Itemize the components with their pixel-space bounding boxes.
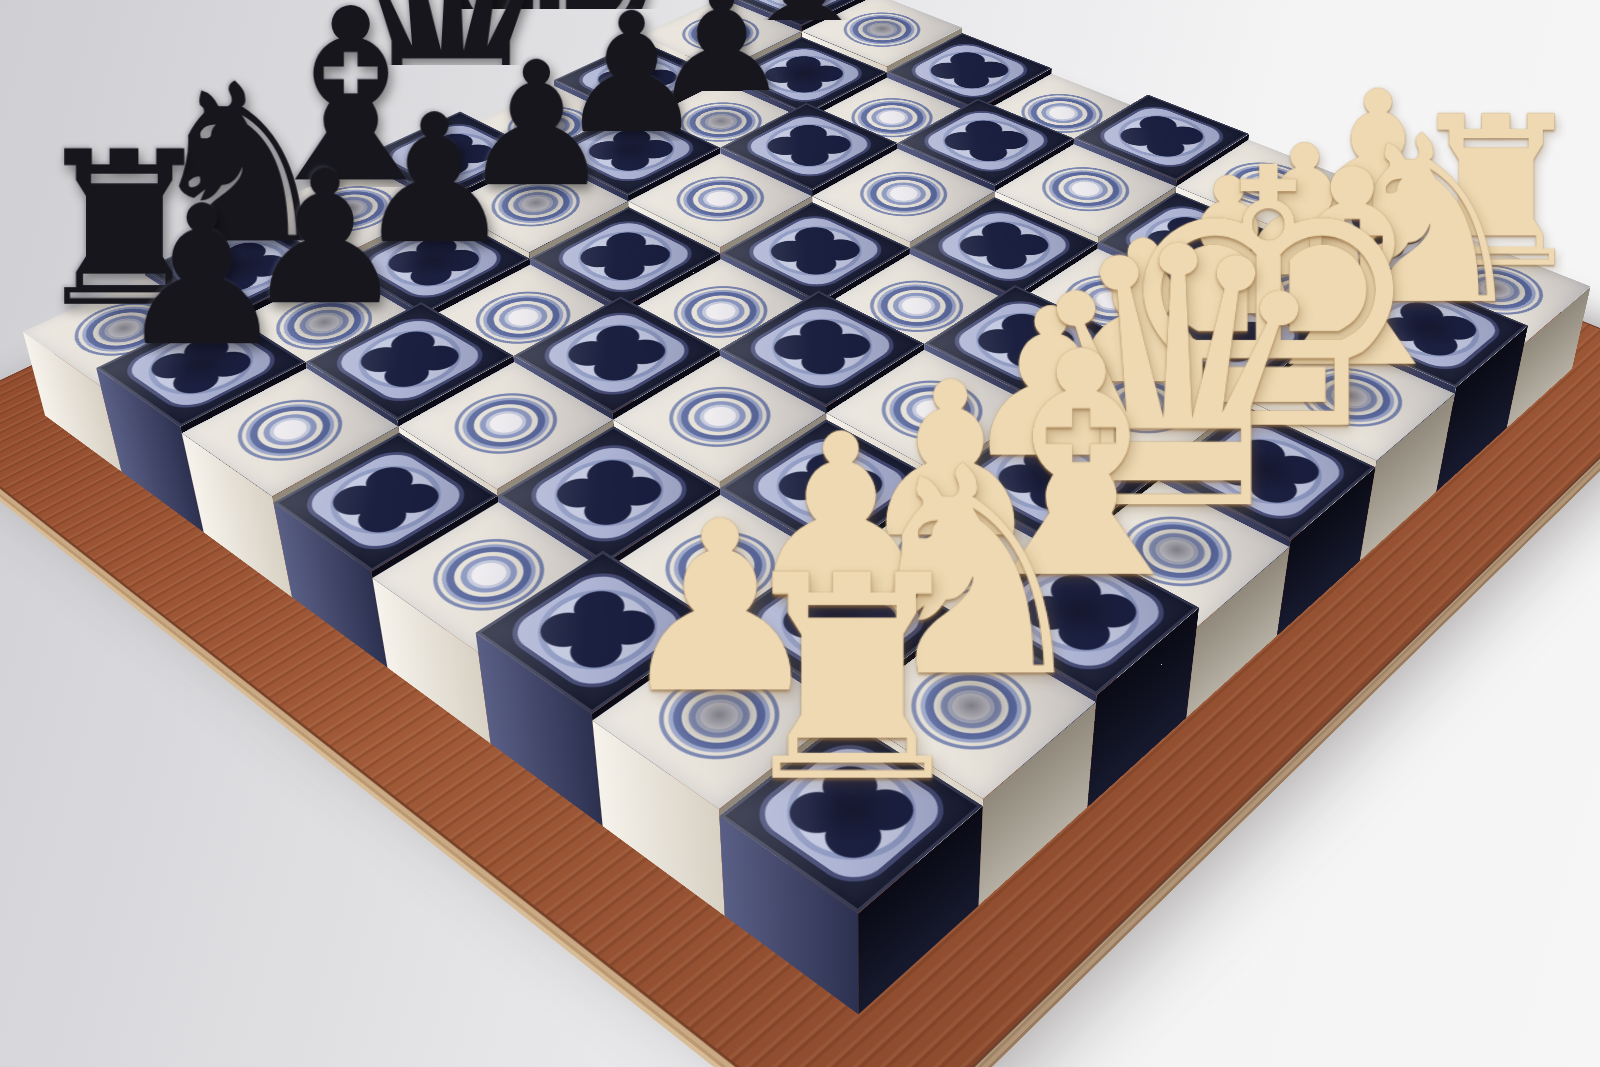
chessboard: ♜♞♝♛♚♝♞♜♟♟♟♟♟♟♟♟♟♟♟♟♟♟♟♟♜♞♝♛♚♝♞♜ xyxy=(45,45,1572,1015)
piece-glyph: ♜ xyxy=(630,539,1072,822)
piece-glyph: ♟ xyxy=(28,180,375,373)
photo-scene: ♜♞♝♛♚♝♞♜♟♟♟♟♟♟♟♟♟♟♟♟♟♟♟♟♜♞♝♛♚♝♞♜ xyxy=(0,0,1600,1067)
